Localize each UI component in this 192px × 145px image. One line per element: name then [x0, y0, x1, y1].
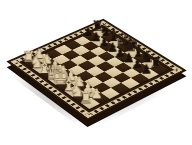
chess-set-scene: ♜♞♝♛♚♝♞♜♟♟♟♟♟♟♟♟♟♟♟♟♟♟♟♟♜♞♝♛♚♝♞♜ [6, 19, 186, 121]
chessboard: ♜♞♝♛♚♝♞♜♟♟♟♟♟♟♟♟♟♟♟♟♟♟♟♟♜♞♝♛♚♝♞♜ [6, 19, 186, 121]
photo-background: ♜♞♝♛♚♝♞♜♟♟♟♟♟♟♟♟♟♟♟♟♟♟♟♟♜♞♝♛♚♝♞♜ [0, 0, 192, 145]
